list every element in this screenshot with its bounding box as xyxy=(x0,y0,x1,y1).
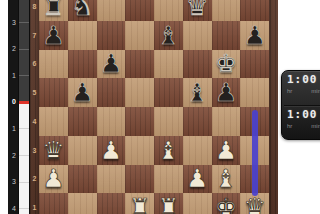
eval-tick-label-2: 1 xyxy=(8,72,16,79)
piece-black-king[interactable]: ♚ xyxy=(215,51,237,76)
square-c4[interactable] xyxy=(97,107,126,136)
square-a7[interactable]: ♟ xyxy=(39,21,68,50)
chess-analysis-page: 32101234 87654321 ♜♞♛♟♝♟♟♚♟♝♟♛♟♝♟♟♟♝♜♜♚♛… xyxy=(0,0,320,214)
square-e1[interactable]: ♜ xyxy=(154,193,183,214)
square-c1[interactable] xyxy=(97,193,126,214)
piece-white-pawn[interactable]: ♟ xyxy=(100,138,122,163)
clock-top-hour-unit: hr xyxy=(287,88,292,95)
square-g4[interactable] xyxy=(212,107,241,136)
square-d5[interactable] xyxy=(125,78,154,107)
eval-tick-label-6: 3 xyxy=(8,178,16,185)
square-f1[interactable] xyxy=(183,193,212,214)
eval-tick-label-0: 3 xyxy=(8,19,16,26)
square-e6[interactable] xyxy=(154,50,183,79)
eval-tick-label-1: 2 xyxy=(8,45,16,52)
clock-top-time: 1:00 xyxy=(287,74,320,86)
square-g3[interactable]: ♟ xyxy=(212,136,241,165)
square-c8[interactable] xyxy=(97,0,126,21)
square-f8[interactable]: ♛ xyxy=(183,0,212,21)
square-f5[interactable]: ♝ xyxy=(183,78,212,107)
square-h7[interactable]: ♟ xyxy=(240,21,269,50)
board-frame: 87654321 ♜♞♛♟♝♟♟♚♟♝♟♛♟♝♟♟♟♝♜♜♚♛ xyxy=(30,0,278,214)
piece-black-knight[interactable]: ♞ xyxy=(71,0,93,19)
piece-black-queen[interactable]: ♛ xyxy=(186,0,208,19)
square-b7[interactable] xyxy=(68,21,97,50)
piece-white-rook[interactable]: ♜ xyxy=(128,195,150,214)
piece-white-king[interactable]: ♚ xyxy=(215,195,237,214)
square-a4[interactable] xyxy=(39,107,68,136)
clock-panel: 1:00 hr min 1:00 hr min xyxy=(281,70,320,140)
eval-tick-label-5: 2 xyxy=(8,152,16,159)
piece-black-pawn[interactable]: ♟ xyxy=(243,23,265,48)
clock-top-minute-unit: min xyxy=(311,88,320,95)
eval-gridline xyxy=(19,75,29,76)
eval-gridline xyxy=(19,49,29,50)
square-g1[interactable]: ♚ xyxy=(212,193,241,214)
square-b4[interactable] xyxy=(68,107,97,136)
square-c5[interactable] xyxy=(97,78,126,107)
square-c2[interactable] xyxy=(97,165,126,194)
square-b2[interactable] xyxy=(68,165,97,194)
square-g2[interactable]: ♝ xyxy=(212,165,241,194)
rank-label-5: 5 xyxy=(30,88,39,97)
piece-white-queen[interactable]: ♛ xyxy=(42,138,64,163)
square-a3[interactable]: ♛ xyxy=(39,136,68,165)
piece-black-bishop[interactable]: ♝ xyxy=(157,23,179,48)
square-d7[interactable] xyxy=(125,21,154,50)
square-a5[interactable] xyxy=(39,78,68,107)
square-a2[interactable]: ♟ xyxy=(39,165,68,194)
square-e2[interactable] xyxy=(154,165,183,194)
piece-black-rook[interactable]: ♜ xyxy=(42,0,64,19)
eval-gridline xyxy=(19,208,29,209)
piece-black-pawn[interactable]: ♟ xyxy=(215,80,237,105)
clock-bottom: 1:00 hr min xyxy=(282,106,320,140)
move-arrow xyxy=(252,110,258,196)
square-b1[interactable] xyxy=(68,193,97,214)
square-c7[interactable] xyxy=(97,21,126,50)
piece-black-pawn[interactable]: ♟ xyxy=(42,23,64,48)
square-e5[interactable] xyxy=(154,78,183,107)
square-b5[interactable]: ♟ xyxy=(68,78,97,107)
clock-bottom-time: 1:00 xyxy=(287,109,320,121)
evaluation-black-section xyxy=(19,0,29,101)
square-c3[interactable]: ♟ xyxy=(97,136,126,165)
clock-top: 1:00 hr min xyxy=(282,71,320,105)
square-e4[interactable] xyxy=(154,107,183,136)
piece-white-bishop[interactable]: ♝ xyxy=(215,166,237,191)
square-d2[interactable] xyxy=(125,165,154,194)
eval-gridline xyxy=(19,155,29,156)
square-g6[interactable]: ♚ xyxy=(212,50,241,79)
square-f3[interactable] xyxy=(183,136,212,165)
square-f6[interactable] xyxy=(183,50,212,79)
square-d6[interactable] xyxy=(125,50,154,79)
square-f2[interactable]: ♟ xyxy=(183,165,212,194)
eval-tick-label-3: 0 xyxy=(8,98,16,105)
square-a1[interactable] xyxy=(39,193,68,214)
piece-black-bishop[interactable]: ♝ xyxy=(186,80,208,105)
square-d1[interactable]: ♜ xyxy=(125,193,154,214)
square-g5[interactable]: ♟ xyxy=(212,78,241,107)
piece-white-queen[interactable]: ♛ xyxy=(243,195,265,214)
square-h8[interactable] xyxy=(240,0,269,21)
square-g8[interactable] xyxy=(212,0,241,21)
eval-gridline xyxy=(19,128,29,129)
square-a6[interactable] xyxy=(39,50,68,79)
square-e3[interactable]: ♝ xyxy=(154,136,183,165)
square-b6[interactable] xyxy=(68,50,97,79)
evaluation-bar: 32101234 xyxy=(8,0,30,214)
square-e7[interactable]: ♝ xyxy=(154,21,183,50)
square-a8[interactable]: ♜ xyxy=(39,0,68,21)
rank-label-2: 2 xyxy=(30,174,39,183)
rank-label-6: 6 xyxy=(30,59,39,68)
rank-label-7: 7 xyxy=(30,31,39,40)
piece-white-pawn[interactable]: ♟ xyxy=(186,166,208,191)
piece-white-pawn[interactable]: ♟ xyxy=(215,138,237,163)
square-g7[interactable] xyxy=(212,21,241,50)
piece-white-bishop[interactable]: ♝ xyxy=(157,138,179,163)
square-d8[interactable] xyxy=(125,0,154,21)
piece-white-rook[interactable]: ♜ xyxy=(157,195,179,214)
square-d4[interactable] xyxy=(125,107,154,136)
square-h6[interactable] xyxy=(240,50,269,79)
chess-board[interactable]: ♜♞♛♟♝♟♟♚♟♝♟♛♟♝♟♟♟♝♜♜♚♛ xyxy=(39,0,269,214)
square-d3[interactable] xyxy=(125,136,154,165)
square-f7[interactable] xyxy=(183,21,212,50)
evaluation-white-section xyxy=(19,104,29,214)
rank-label-1: 1 xyxy=(30,203,39,212)
square-b3[interactable] xyxy=(68,136,97,165)
piece-black-pawn[interactable]: ♟ xyxy=(100,51,122,76)
eval-tick-label-4: 1 xyxy=(8,125,16,132)
evaluation-zero-marker xyxy=(19,101,29,104)
rank-label-8: 8 xyxy=(30,2,39,11)
eval-gridline xyxy=(19,22,29,23)
clock-bottom-minute-unit: min xyxy=(311,123,320,130)
square-e8[interactable] xyxy=(154,0,183,21)
square-h5[interactable] xyxy=(240,78,269,107)
piece-black-pawn[interactable]: ♟ xyxy=(71,80,93,105)
eval-tick-label-7: 4 xyxy=(8,205,16,212)
eval-gridline xyxy=(19,182,29,183)
square-h1[interactable]: ♛ xyxy=(240,193,269,214)
clock-bottom-hour-unit: hr xyxy=(287,123,292,130)
square-f4[interactable] xyxy=(183,107,212,136)
square-c6[interactable]: ♟ xyxy=(97,50,126,79)
piece-white-pawn[interactable]: ♟ xyxy=(42,166,64,191)
square-b8[interactable]: ♞ xyxy=(68,0,97,21)
evaluation-track xyxy=(18,0,30,214)
rank-label-4: 4 xyxy=(30,117,39,126)
rank-label-3: 3 xyxy=(30,146,39,155)
